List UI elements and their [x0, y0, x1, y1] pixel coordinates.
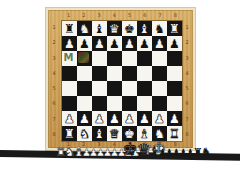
piece-white-pawn-d2: ♟: [107, 111, 122, 126]
coord-right-6: 6: [183, 96, 191, 111]
square-f2: ♟: [137, 111, 152, 126]
coord-right-5: 5: [183, 81, 191, 96]
coord-top-3: 3: [92, 11, 107, 19]
piece-white-queen-d1: ♛: [107, 126, 122, 141]
square-c7: ♟: [92, 36, 107, 51]
square-d2: ♟: [107, 111, 122, 126]
square-f7: ♟: [137, 36, 152, 51]
piece-black-knight-g8: ♞: [152, 21, 167, 36]
square-b5: [77, 66, 92, 81]
piece-black-knight-b8: ♞: [77, 21, 92, 36]
demo-board-frame: 12345678 12345678 12345678 12345678 ♜♞♝♛…: [45, 7, 196, 151]
square-c2: ♟: [92, 111, 107, 126]
piece-white-pawn-h2: ♟: [167, 111, 182, 126]
coord-top-5: 5: [122, 11, 137, 19]
square-d6: [107, 51, 122, 66]
piece-black-bishop-f8: ♝: [137, 21, 152, 36]
square-h3: [167, 96, 182, 111]
square-e5: [122, 66, 137, 81]
square-e8: ♚: [122, 21, 137, 36]
watermark-logo: [78, 52, 89, 63]
square-h2: ♟: [167, 111, 182, 126]
piece-black-queen-d8: ♛: [107, 21, 122, 36]
square-f8: ♝: [137, 21, 152, 36]
piece-white-bishop-c1: ♝: [92, 126, 107, 141]
tray-black-knight: ♞: [201, 146, 212, 158]
square-c6: [92, 51, 107, 66]
coord-top-2: 2: [76, 11, 91, 19]
piece-black-king-e8: ♚: [122, 21, 137, 36]
square-b3: [77, 96, 92, 111]
coords-right: 12345678: [183, 20, 191, 142]
piece-black-pawn-h7: ♟: [167, 36, 182, 51]
square-d8: ♛: [107, 21, 122, 36]
coords-top: 12345678: [61, 11, 183, 19]
coord-right-4: 4: [183, 66, 191, 81]
square-g7: ♟: [152, 36, 167, 51]
square-g3: [152, 96, 167, 111]
coord-left-4: 4: [50, 66, 58, 81]
piece-black-pawn-b7: ♟: [77, 36, 92, 51]
square-a2: ♟: [62, 111, 77, 126]
piece-black-pawn-g7: ♟: [152, 36, 167, 51]
square-c8: ♝: [92, 21, 107, 36]
square-d4: [107, 81, 122, 96]
square-h5: [167, 66, 182, 81]
piece-black-pawn-e7: ♟: [122, 36, 137, 51]
square-b8: ♞: [77, 21, 92, 36]
piece-black-pawn-f7: ♟: [137, 36, 152, 51]
coord-right-7: 7: [183, 112, 191, 127]
coord-left-2: 2: [50, 35, 58, 50]
piece-white-pawn-a2: ♟: [62, 111, 77, 126]
coord-top-6: 6: [137, 11, 152, 19]
square-d5: [107, 66, 122, 81]
square-h8: ♜: [167, 21, 182, 36]
piece-black-rook-h8: ♜: [167, 21, 182, 36]
coord-left-5: 5: [50, 81, 58, 96]
square-e4: [122, 81, 137, 96]
square-g2: ♟: [152, 111, 167, 126]
piece-white-rook-h1: ♜: [167, 126, 182, 141]
coord-top-7: 7: [153, 11, 168, 19]
piece-white-knight-b1: ♞: [77, 126, 92, 141]
square-a8: ♜: [62, 21, 77, 36]
piece-white-rook-a1: ♜: [62, 126, 77, 141]
square-a3: [62, 96, 77, 111]
coords-left: 12345678: [50, 20, 58, 142]
square-h7: ♟: [167, 36, 182, 51]
piece-white-pawn-f2: ♟: [137, 111, 152, 126]
square-e2: ♟: [122, 111, 137, 126]
square-a5: [62, 66, 77, 81]
coord-left-6: 6: [50, 96, 58, 111]
coord-left-3: 3: [50, 51, 58, 66]
piece-black-bishop-c8: ♝: [92, 21, 107, 36]
square-f5: [137, 66, 152, 81]
square-e6: [122, 51, 137, 66]
square-a4: [62, 81, 77, 96]
square-a1: ♜: [62, 126, 77, 141]
square-h1: ♜: [167, 126, 182, 141]
square-d1: ♛: [107, 126, 122, 141]
square-f6: [137, 51, 152, 66]
square-c1: ♝: [92, 126, 107, 141]
square-g6: [152, 51, 167, 66]
square-d7: ♟: [107, 36, 122, 51]
piece-black-pawn-a7: ♟: [62, 36, 77, 51]
wood-frame: 12345678 12345678 12345678 12345678 ♜♞♝♛…: [48, 10, 193, 148]
square-f4: [137, 81, 152, 96]
tray-black-pieces: ♚♛♝♟♟♟♟♟♜♞: [123, 140, 211, 158]
square-g5: [152, 66, 167, 81]
coord-right-1: 1: [183, 20, 191, 35]
coord-top-4: 4: [107, 11, 122, 19]
coord-left-1: 1: [50, 20, 58, 35]
square-h4: [167, 81, 182, 96]
piece-white-pawn-e2: ♟: [122, 111, 137, 126]
watermark-letter: M: [61, 50, 76, 65]
piece-white-pawn-g2: ♟: [152, 111, 167, 126]
square-d3: [107, 96, 122, 111]
square-b1: ♞: [77, 126, 92, 141]
square-c4: [92, 81, 107, 96]
coord-top-8: 8: [168, 11, 183, 19]
square-b7: ♟: [77, 36, 92, 51]
piece-white-pawn-c2: ♟: [92, 111, 107, 126]
coord-top-1: 1: [61, 11, 76, 19]
product-photo-demo-chessboard: 12345678 12345678 12345678 12345678 ♜♞♝♛…: [0, 0, 240, 172]
square-g8: ♞: [152, 21, 167, 36]
square-e7: ♟: [122, 36, 137, 51]
square-c3: [92, 96, 107, 111]
coord-right-2: 2: [183, 35, 191, 50]
square-f3: [137, 96, 152, 111]
coord-right-3: 3: [183, 51, 191, 66]
square-e3: [122, 96, 137, 111]
piece-black-pawn-d7: ♟: [107, 36, 122, 51]
square-b4: [77, 81, 92, 96]
chess-board: ♜♞♝♛♚♝♞♜♟♟♟♟♟♟♟♟♟♟♟♟♟♟♟♟♜♞♝♛♚♝♞♜: [61, 20, 183, 142]
square-h6: [167, 51, 182, 66]
piece-black-pawn-c7: ♟: [92, 36, 107, 51]
piece-white-pawn-b2: ♟: [77, 111, 92, 126]
square-g4: [152, 81, 167, 96]
square-b2: ♟: [77, 111, 92, 126]
piece-black-rook-a8: ♜: [62, 21, 77, 36]
coord-left-7: 7: [50, 112, 58, 127]
square-c5: [92, 66, 107, 81]
square-a7: ♟: [62, 36, 77, 51]
